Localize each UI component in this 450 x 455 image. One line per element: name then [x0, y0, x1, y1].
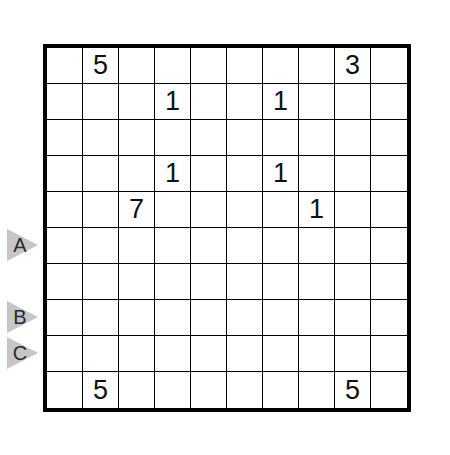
- answer-marker-label: C: [11, 337, 29, 369]
- grid-cell[interactable]: [335, 228, 371, 264]
- grid-cell[interactable]: [227, 336, 263, 372]
- grid-cell[interactable]: [191, 84, 227, 120]
- grid-cell[interactable]: [299, 264, 335, 300]
- grid-cell[interactable]: [47, 48, 83, 84]
- grid-cell[interactable]: [47, 264, 83, 300]
- grid-cell[interactable]: [227, 372, 263, 408]
- grid-cell[interactable]: [335, 300, 371, 336]
- grid-cell[interactable]: [299, 156, 335, 192]
- grid-cell[interactable]: [371, 84, 407, 120]
- grid-cell[interactable]: [335, 336, 371, 372]
- grid-cell[interactable]: [83, 120, 119, 156]
- grid-cell[interactable]: [83, 192, 119, 228]
- grid-cell[interactable]: [263, 336, 299, 372]
- grid-cell-clue: 5: [83, 48, 119, 84]
- grid-cell-clue: 1: [155, 84, 191, 120]
- grid-cell-clue: 3: [335, 48, 371, 84]
- grid-cell[interactable]: [335, 120, 371, 156]
- grid-cell[interactable]: [83, 264, 119, 300]
- grid-cell[interactable]: [83, 156, 119, 192]
- puzzle-grid: 5311117155: [43, 44, 411, 412]
- grid-cell[interactable]: [227, 192, 263, 228]
- grid-cell-clue: 1: [263, 84, 299, 120]
- grid-cell[interactable]: [299, 120, 335, 156]
- grid-cell[interactable]: [155, 300, 191, 336]
- grid-cell-clue: 5: [83, 372, 119, 408]
- grid-cell[interactable]: [155, 48, 191, 84]
- grid-cell[interactable]: [119, 48, 155, 84]
- answer-marker-label: A: [11, 229, 29, 261]
- grid-cell[interactable]: [191, 48, 227, 84]
- grid-cell[interactable]: [227, 300, 263, 336]
- grid-cell[interactable]: [119, 228, 155, 264]
- grid-cell[interactable]: [191, 156, 227, 192]
- grid-cell[interactable]: [371, 264, 407, 300]
- grid-cell[interactable]: [263, 264, 299, 300]
- grid-cell[interactable]: [47, 228, 83, 264]
- grid-cell[interactable]: [371, 156, 407, 192]
- grid-cell[interactable]: [335, 264, 371, 300]
- grid-cell[interactable]: [263, 372, 299, 408]
- grid-cell[interactable]: [371, 300, 407, 336]
- grid-cell[interactable]: [371, 192, 407, 228]
- grid-cell[interactable]: [191, 336, 227, 372]
- grid-cell[interactable]: [47, 192, 83, 228]
- grid-cell[interactable]: [155, 192, 191, 228]
- grid-cell-clue: 5: [335, 372, 371, 408]
- grid-cell[interactable]: [299, 300, 335, 336]
- grid-cell-clue: 1: [155, 156, 191, 192]
- grid-cell[interactable]: [47, 120, 83, 156]
- grid-cell[interactable]: [191, 372, 227, 408]
- grid-cell[interactable]: [263, 120, 299, 156]
- grid-cell[interactable]: [299, 228, 335, 264]
- answer-marker-b: B: [7, 301, 38, 333]
- grid-cell[interactable]: [47, 336, 83, 372]
- grid-cell[interactable]: [119, 120, 155, 156]
- grid-cell[interactable]: [335, 192, 371, 228]
- grid-cell[interactable]: [335, 84, 371, 120]
- grid-cell[interactable]: [227, 228, 263, 264]
- grid-cell[interactable]: [371, 336, 407, 372]
- grid-cell[interactable]: [155, 120, 191, 156]
- grid-cell[interactable]: [47, 300, 83, 336]
- grid-cell[interactable]: [155, 336, 191, 372]
- grid-cell-clue: 7: [119, 192, 155, 228]
- grid-cell[interactable]: [119, 300, 155, 336]
- grid-cell[interactable]: [299, 48, 335, 84]
- grid-cell-clue: 1: [299, 192, 335, 228]
- grid-cell[interactable]: [299, 84, 335, 120]
- grid-cell[interactable]: [191, 264, 227, 300]
- grid-cell[interactable]: [263, 228, 299, 264]
- grid-cell[interactable]: [371, 120, 407, 156]
- grid-cell[interactable]: [83, 300, 119, 336]
- grid-cell[interactable]: [191, 192, 227, 228]
- grid-cell[interactable]: [227, 48, 263, 84]
- grid-cell[interactable]: [47, 84, 83, 120]
- grid-cell[interactable]: [119, 264, 155, 300]
- puzzle-page: A B C 5311117155: [0, 0, 450, 455]
- answer-marker-label: B: [11, 301, 29, 333]
- grid-cell[interactable]: [371, 48, 407, 84]
- grid-cell[interactable]: [191, 120, 227, 156]
- grid-cell[interactable]: [263, 300, 299, 336]
- grid-cell[interactable]: [155, 264, 191, 300]
- grid-cell[interactable]: [263, 192, 299, 228]
- grid-cell[interactable]: [155, 228, 191, 264]
- grid-cell[interactable]: [119, 156, 155, 192]
- grid-cell[interactable]: [263, 48, 299, 84]
- grid-cell[interactable]: [299, 336, 335, 372]
- grid-cell[interactable]: [119, 336, 155, 372]
- grid-cell[interactable]: [191, 300, 227, 336]
- grid-cell[interactable]: [227, 156, 263, 192]
- grid-cell[interactable]: [371, 372, 407, 408]
- answer-marker-a: A: [7, 229, 38, 261]
- grid-cell-clue: 1: [263, 156, 299, 192]
- grid-cell[interactable]: [227, 120, 263, 156]
- answer-marker-c: C: [7, 337, 38, 369]
- grid-cell[interactable]: [47, 372, 83, 408]
- grid-cell[interactable]: [155, 372, 191, 408]
- grid-cell[interactable]: [47, 156, 83, 192]
- grid-cell[interactable]: [335, 156, 371, 192]
- grid-cell[interactable]: [119, 372, 155, 408]
- grid-cell[interactable]: [83, 84, 119, 120]
- grid-cell[interactable]: [191, 228, 227, 264]
- grid-cell[interactable]: [371, 228, 407, 264]
- grid-cell[interactable]: [227, 84, 263, 120]
- grid-cell[interactable]: [119, 84, 155, 120]
- grid-cell[interactable]: [299, 372, 335, 408]
- grid-cell[interactable]: [83, 228, 119, 264]
- grid-cell[interactable]: [227, 264, 263, 300]
- grid-cell[interactable]: [83, 336, 119, 372]
